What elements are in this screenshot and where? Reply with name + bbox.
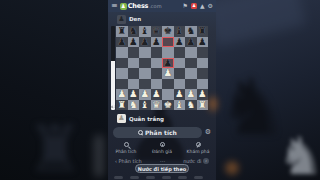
- square-b5[interactable]: [128, 58, 140, 69]
- white-pawn: ♟: [163, 68, 172, 78]
- black-king: ♚: [163, 26, 172, 36]
- square-g4[interactable]: [185, 68, 197, 79]
- settings-icon[interactable]: ⚙: [208, 3, 213, 9]
- square-h6[interactable]: [197, 47, 209, 58]
- square-h4[interactable]: [197, 68, 209, 79]
- move-strip-chip: [114, 176, 123, 179]
- square-c2[interactable]: ♟: [139, 89, 151, 100]
- nav-left-label: Phân tích: [119, 158, 142, 164]
- background-smudge: [94, 135, 104, 177]
- square-g7[interactable]: ♟: [185, 37, 197, 48]
- background-orange-edge: [208, 94, 218, 114]
- tab-label: Đánh giá: [152, 149, 172, 154]
- move-strip-chip: [194, 176, 203, 179]
- next-move-button[interactable]: Nước đi tiếp theo: [135, 164, 189, 173]
- square-a6[interactable]: [116, 47, 128, 58]
- white-bishop: ♝: [175, 100, 184, 110]
- white-pawn: ♟: [117, 89, 126, 99]
- move-strip-chip: [162, 176, 171, 179]
- background-wedge: [216, 0, 306, 46]
- move-strip-chip: [146, 176, 155, 179]
- square-e6[interactable]: [162, 47, 174, 58]
- square-d7[interactable]: ♟: [151, 37, 163, 48]
- nav-right-label: nước đi: [183, 158, 201, 164]
- square-e2[interactable]: [162, 89, 174, 100]
- square-e4[interactable]: ♟: [162, 68, 174, 79]
- flag-icon[interactable]: ⚑: [183, 3, 188, 9]
- next-move-button-label: Nước đi tiếp theo: [138, 166, 187, 172]
- square-b2[interactable]: ♟: [128, 89, 140, 100]
- chevron-right-circle-icon: ›: [203, 158, 209, 164]
- nav-ellipsis[interactable]: ⋯: [142, 158, 183, 164]
- square-d2[interactable]: ♟: [151, 89, 163, 100]
- square-e3[interactable]: [162, 79, 174, 90]
- black-knight: ♞: [186, 26, 195, 36]
- blurred-rook-icon: ♜: [26, 112, 83, 180]
- tab-phan-tich[interactable]: Phân tích: [108, 140, 144, 156]
- white-pawn: ♟: [186, 89, 195, 99]
- magnifier-icon: [124, 142, 129, 147]
- evaluation-bar-white-portion: 0.3: [111, 61, 115, 110]
- square-d4[interactable]: [151, 68, 163, 79]
- chesscom-logo[interactable]: ♟ Chess .com: [120, 2, 162, 10]
- move-strip-chip: [178, 176, 187, 179]
- square-g8[interactable]: ♞: [185, 26, 197, 37]
- black-rook: ♜: [198, 26, 207, 36]
- analysis-tabs: Phân tích Đánh giá Khám phá: [108, 140, 216, 156]
- black-pawn: ♟: [163, 58, 172, 68]
- square-c8[interactable]: ♝: [139, 26, 151, 37]
- nav-forward-button[interactable]: nước đi ›: [183, 158, 209, 164]
- tab-label: Phân tích: [116, 149, 137, 154]
- move-list-strip[interactable]: [108, 175, 216, 180]
- square-g5[interactable]: [185, 58, 197, 69]
- square-a1[interactable]: ♜: [116, 100, 128, 111]
- square-a5[interactable]: [116, 58, 128, 69]
- square-a7[interactable]: ♟: [116, 37, 128, 48]
- black-pawn: ♟: [117, 37, 126, 47]
- blurred-light-piece-icon: ♞: [277, 126, 320, 180]
- share-icon[interactable]: ▲: [200, 3, 205, 9]
- square-d8[interactable]: ♛: [151, 26, 163, 37]
- black-pawn: ♟: [129, 37, 138, 47]
- white-rook: ♜: [117, 100, 126, 110]
- square-b4[interactable]: [128, 68, 140, 79]
- square-f5[interactable]: [174, 58, 186, 69]
- square-d5[interactable]: [151, 58, 163, 69]
- square-e1[interactable]: ♚: [162, 100, 174, 111]
- square-h2[interactable]: ♟: [197, 89, 209, 100]
- player-row-white: ♟ Quân trắng: [108, 112, 216, 125]
- square-h5[interactable]: [197, 58, 209, 69]
- square-b7[interactable]: ♟: [128, 37, 140, 48]
- evaluation-bar: 0.3: [111, 26, 115, 110]
- analysis-search-pill[interactable]: Phân tích: [113, 127, 202, 138]
- square-f7[interactable]: ♟: [174, 37, 186, 48]
- black-pawn: ♟: [152, 37, 161, 47]
- square-b8[interactable]: ♞: [128, 26, 140, 37]
- square-e7[interactable]: [162, 37, 174, 48]
- square-c6[interactable]: [139, 47, 151, 58]
- square-g1[interactable]: ♞: [185, 100, 197, 111]
- square-a8[interactable]: ♜: [116, 26, 128, 37]
- white-player-name: Quân trắng: [129, 116, 164, 122]
- move-nav-row: ‹ Phân tích ⋯ nước đi ›: [108, 157, 216, 164]
- square-b1[interactable]: ♞: [128, 100, 140, 111]
- black-player-avatar[interactable]: ♟: [117, 15, 126, 24]
- black-rook: ♜: [117, 26, 126, 36]
- square-d1[interactable]: ♛: [151, 100, 163, 111]
- black-pawn: ♟: [198, 37, 207, 47]
- chess-board[interactable]: ♜♞♝♛♚♝♞♜♟♟♟♟♟♟♟♟♟♟♟♟♟♟♟♟♜♞♝♛♚♝♞♜: [116, 26, 208, 110]
- analysis-bar-row: Phân tích ⚙: [113, 127, 211, 138]
- black-pawn: ♟: [175, 37, 184, 47]
- square-h7[interactable]: ♟: [197, 37, 209, 48]
- square-h1[interactable]: ♜: [197, 100, 209, 111]
- move-strip-chip: [130, 176, 139, 179]
- logo-pawn-icon: ♟: [120, 3, 127, 10]
- chevron-left-icon: ‹: [115, 158, 117, 164]
- square-g2[interactable]: ♟: [185, 89, 197, 100]
- square-c4[interactable]: [139, 68, 151, 79]
- white-pawn: ♟: [152, 89, 161, 99]
- video-frame: ♜ ♞ ♞ ♟ ≡ ♟ Chess .com ⚑ ♟ ▲ ⚙: [0, 0, 320, 180]
- top-bar-icons: ⚑ ♟ ▲ ⚙: [183, 3, 213, 9]
- notification-badge-icon[interactable]: ♟: [191, 3, 197, 9]
- player-row-black: ♟ Đen: [108, 13, 216, 25]
- white-pawn: ♟: [175, 89, 184, 99]
- white-rook: ♜: [198, 100, 207, 110]
- square-d6[interactable]: [151, 47, 163, 58]
- white-bishop: ♝: [140, 100, 149, 110]
- white-pawn: ♟: [198, 89, 207, 99]
- square-f1[interactable]: ♝: [174, 100, 186, 111]
- black-pawn: ♟: [140, 37, 149, 47]
- tab-label: Khám phá: [187, 149, 210, 154]
- chess-app-screen: ♟ ≡ ♟ Chess .com ⚑ ♟ ▲ ⚙ ♟ Đen 0.3: [108, 0, 216, 180]
- gear-icon[interactable]: ⚙: [205, 129, 211, 136]
- black-player-name: Đen: [129, 16, 141, 22]
- black-bishop: ♝: [140, 26, 149, 36]
- background-orange-glow: [224, 160, 240, 176]
- square-b6[interactable]: [128, 47, 140, 58]
- square-h8[interactable]: ♜: [197, 26, 209, 37]
- magnifier-icon: [138, 130, 143, 135]
- black-knight: ♞: [129, 26, 138, 36]
- white-queen: ♛: [152, 100, 161, 110]
- square-f4[interactable]: [174, 68, 186, 79]
- tab-danh-gia[interactable]: Đánh giá: [144, 140, 180, 156]
- black-pawn: ♟: [186, 37, 195, 47]
- nav-back-button[interactable]: ‹ Phân tích: [115, 158, 142, 164]
- analysis-pill-label: Phân tích: [145, 129, 177, 136]
- background-blur-right: ♞ ♞: [216, 0, 320, 180]
- square-f2[interactable]: ♟: [174, 89, 186, 100]
- app-top-bar: ≡ ♟ Chess .com ⚑ ♟ ▲ ⚙: [108, 0, 216, 12]
- square-c1[interactable]: ♝: [139, 100, 151, 111]
- black-bishop: ♝: [175, 26, 184, 36]
- white-knight: ♞: [186, 100, 195, 110]
- evaluation-score: 0.3: [111, 105, 114, 109]
- white-player-avatar[interactable]: ♟: [117, 114, 126, 123]
- compass-icon: [196, 142, 201, 147]
- square-f6[interactable]: [174, 47, 186, 58]
- square-c7[interactable]: ♟: [139, 37, 151, 48]
- target-icon: [160, 142, 165, 147]
- square-f8[interactable]: ♝: [174, 26, 186, 37]
- square-e8[interactable]: ♚: [162, 26, 174, 37]
- white-knight: ♞: [129, 100, 138, 110]
- square-a4[interactable]: [116, 68, 128, 79]
- black-queen: ♛: [152, 26, 161, 36]
- square-a2[interactable]: ♟: [116, 89, 128, 100]
- background-blur-left: ♜: [0, 0, 108, 180]
- white-king: ♚: [163, 100, 172, 110]
- square-c5[interactable]: [139, 58, 151, 69]
- square-g6[interactable]: [185, 47, 197, 58]
- logo-suffix: .com: [149, 3, 161, 9]
- white-pawn: ♟: [129, 89, 138, 99]
- tab-kham-pha[interactable]: Khám phá: [180, 140, 216, 156]
- menu-icon[interactable]: ≡: [111, 2, 118, 10]
- logo-text: Chess: [128, 2, 149, 10]
- white-pawn: ♟: [140, 89, 149, 99]
